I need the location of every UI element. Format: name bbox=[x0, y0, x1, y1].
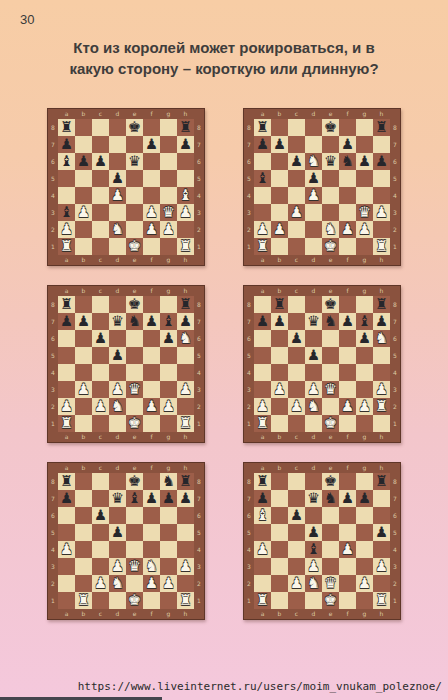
square-d8 bbox=[305, 119, 322, 136]
square-b1 bbox=[271, 592, 288, 609]
file-label-d: d bbox=[305, 109, 322, 119]
black-pawn-icon: ♟ bbox=[356, 490, 373, 507]
file-label-g: g bbox=[160, 609, 177, 619]
square-b3: ♟ bbox=[75, 204, 92, 221]
board-squares: ♜♚♜♟♟♟♟♞♛♞♟♟♝♟♟♟♛♟♟♟♞♟♟♜♚♜ bbox=[254, 119, 390, 255]
file-label-g: g bbox=[356, 463, 373, 473]
square-a5 bbox=[58, 524, 75, 541]
square-g4 bbox=[356, 187, 373, 204]
white-queen-icon: ♛ bbox=[126, 558, 143, 575]
file-label-f: f bbox=[143, 255, 160, 265]
rank-label-8: 8 bbox=[48, 473, 58, 490]
square-h5: ♟ bbox=[373, 524, 390, 541]
square-e7: ♞ bbox=[126, 313, 143, 330]
file-label-h: h bbox=[177, 109, 194, 119]
square-h6: ♞ bbox=[373, 330, 390, 347]
file-label-c: c bbox=[92, 286, 109, 296]
rank-label-6: 6 bbox=[48, 153, 58, 170]
white-bishop-icon: ♝ bbox=[177, 187, 194, 204]
rank-label-2: 2 bbox=[194, 221, 204, 238]
square-h5 bbox=[177, 170, 194, 187]
square-f8 bbox=[339, 296, 356, 313]
square-b2 bbox=[75, 398, 92, 415]
black-pawn-icon: ♟ bbox=[109, 347, 126, 364]
square-g6 bbox=[356, 507, 373, 524]
square-d3 bbox=[109, 204, 126, 221]
rank-label-1: 1 bbox=[390, 592, 400, 609]
black-pawn-icon: ♟ bbox=[373, 153, 390, 170]
square-f5 bbox=[339, 347, 356, 364]
square-h3: ♟ bbox=[373, 204, 390, 221]
rank-label-8: 8 bbox=[244, 473, 254, 490]
board-squares: ♜♚♜♟♛♞♟♟♝♟♟♟♟♝♟♟♟♟♞♛♟♜♚♜ bbox=[254, 473, 390, 609]
square-c4 bbox=[288, 364, 305, 381]
white-pawn-icon: ♟ bbox=[288, 398, 305, 415]
white-pawn-icon: ♟ bbox=[254, 221, 271, 238]
white-rook-icon: ♜ bbox=[373, 592, 390, 609]
rank-label-7: 7 bbox=[390, 313, 400, 330]
square-b1 bbox=[271, 238, 288, 255]
square-d4 bbox=[109, 541, 126, 558]
square-h2 bbox=[373, 575, 390, 592]
square-h6: ♟ bbox=[373, 153, 390, 170]
square-a6: ♝ bbox=[254, 507, 271, 524]
chess-board-5: abcdefgh 87654321 ♜♚♞♜♟♛♝♟♟♟♟♟♟♟♛♞♟♟♞♟♟♜… bbox=[47, 462, 205, 620]
file-label-c: c bbox=[288, 286, 305, 296]
square-f2 bbox=[339, 575, 356, 592]
file-label-g: g bbox=[160, 109, 177, 119]
square-e7: ♞ bbox=[322, 490, 339, 507]
white-rook-icon: ♜ bbox=[75, 592, 92, 609]
square-a5 bbox=[58, 170, 75, 187]
square-g7: ♝ bbox=[356, 313, 373, 330]
square-d2 bbox=[305, 221, 322, 238]
square-f4 bbox=[339, 187, 356, 204]
file-labels-top: abcdefgh bbox=[58, 286, 194, 296]
black-pawn-icon: ♟ bbox=[305, 347, 322, 364]
square-f5 bbox=[143, 524, 160, 541]
file-label-b: b bbox=[75, 255, 92, 265]
file-labels-top: abcdefgh bbox=[254, 109, 390, 119]
square-f8 bbox=[143, 119, 160, 136]
square-e8: ♚ bbox=[126, 296, 143, 313]
file-label-g: g bbox=[356, 609, 373, 619]
square-e2: ♞ bbox=[322, 221, 339, 238]
rank-label-5: 5 bbox=[244, 170, 254, 187]
square-e8: ♚ bbox=[322, 296, 339, 313]
white-knight-icon: ♞ bbox=[109, 575, 126, 592]
file-labels-bottom: abcdefgh bbox=[254, 255, 390, 265]
square-a2: ♟ bbox=[58, 398, 75, 415]
square-c5 bbox=[288, 347, 305, 364]
file-label-d: d bbox=[305, 255, 322, 265]
file-label-d: d bbox=[305, 609, 322, 619]
white-rook-icon: ♜ bbox=[177, 238, 194, 255]
white-pawn-icon: ♟ bbox=[58, 541, 75, 558]
square-a8: ♜ bbox=[254, 473, 271, 490]
rank-label-7: 7 bbox=[390, 490, 400, 507]
white-pawn-icon: ♟ bbox=[254, 541, 271, 558]
black-rook-icon: ♜ bbox=[373, 296, 390, 313]
square-d2: ♞ bbox=[109, 398, 126, 415]
square-a2 bbox=[254, 575, 271, 592]
square-h8: ♜ bbox=[177, 473, 194, 490]
rank-labels-left: 87654321 bbox=[48, 119, 58, 255]
square-d3: ♟ bbox=[109, 381, 126, 398]
square-h4 bbox=[177, 541, 194, 558]
square-h4 bbox=[373, 541, 390, 558]
square-e6 bbox=[322, 330, 339, 347]
square-e4 bbox=[322, 364, 339, 381]
black-rook-icon: ♜ bbox=[58, 296, 75, 313]
square-b6 bbox=[271, 507, 288, 524]
square-e2: ♛ bbox=[322, 575, 339, 592]
black-rook-icon: ♜ bbox=[177, 473, 194, 490]
square-e6 bbox=[322, 507, 339, 524]
black-pawn-icon: ♟ bbox=[143, 490, 160, 507]
black-pawn-icon: ♟ bbox=[288, 153, 305, 170]
footer-url: https://www.liveinternet.ru/users/moim_v… bbox=[78, 680, 442, 693]
rank-label-3: 3 bbox=[194, 558, 204, 575]
square-h7 bbox=[373, 490, 390, 507]
square-e1: ♚ bbox=[126, 592, 143, 609]
white-rook-icon: ♜ bbox=[58, 238, 75, 255]
rank-label-4: 4 bbox=[390, 541, 400, 558]
file-label-h: h bbox=[177, 609, 194, 619]
square-a4 bbox=[254, 187, 271, 204]
file-labels-bottom: abcdefgh bbox=[58, 255, 194, 265]
square-g5 bbox=[356, 524, 373, 541]
square-e5 bbox=[322, 347, 339, 364]
black-pawn-icon: ♟ bbox=[271, 136, 288, 153]
square-b6 bbox=[271, 153, 288, 170]
rank-label-4: 4 bbox=[48, 364, 58, 381]
square-a8: ♜ bbox=[254, 119, 271, 136]
square-c7 bbox=[92, 313, 109, 330]
black-king-icon: ♚ bbox=[322, 296, 339, 313]
white-pawn-icon: ♟ bbox=[160, 398, 177, 415]
rank-labels-left: 87654321 bbox=[48, 473, 58, 609]
file-label-a: a bbox=[58, 463, 75, 473]
square-e3: ♛ bbox=[322, 381, 339, 398]
square-c4 bbox=[92, 187, 109, 204]
rank-label-4: 4 bbox=[194, 364, 204, 381]
square-g8 bbox=[160, 119, 177, 136]
square-c6: ♟ bbox=[288, 330, 305, 347]
rank-label-8: 8 bbox=[48, 296, 58, 313]
file-label-b: b bbox=[75, 463, 92, 473]
square-g5 bbox=[160, 170, 177, 187]
black-pawn-icon: ♟ bbox=[109, 170, 126, 187]
rank-label-7: 7 bbox=[48, 136, 58, 153]
page-number: 30 bbox=[20, 12, 34, 27]
file-label-h: h bbox=[373, 286, 390, 296]
square-c1 bbox=[92, 415, 109, 432]
rank-label-5: 5 bbox=[194, 347, 204, 364]
file-labels-top: abcdefgh bbox=[58, 109, 194, 119]
file-label-c: c bbox=[288, 109, 305, 119]
square-b5 bbox=[75, 524, 92, 541]
square-a8: ♜ bbox=[58, 473, 75, 490]
rank-label-1: 1 bbox=[244, 238, 254, 255]
square-d3 bbox=[305, 204, 322, 221]
white-rook-icon: ♜ bbox=[373, 398, 390, 415]
square-e2 bbox=[126, 221, 143, 238]
black-pawn-icon: ♟ bbox=[143, 136, 160, 153]
file-label-e: e bbox=[126, 109, 143, 119]
black-pawn-icon: ♟ bbox=[58, 490, 75, 507]
square-b5 bbox=[271, 524, 288, 541]
black-pawn-icon: ♟ bbox=[177, 136, 194, 153]
file-label-a: a bbox=[254, 432, 271, 442]
board-squares: ♜♚♞♜♟♛♝♟♟♟♟♟♟♟♛♞♟♟♞♟♟♜♚♜ bbox=[58, 473, 194, 609]
file-label-f: f bbox=[339, 109, 356, 119]
square-c1 bbox=[92, 238, 109, 255]
white-rook-icon: ♜ bbox=[254, 415, 271, 432]
square-d4 bbox=[109, 364, 126, 381]
square-a5: ♝ bbox=[254, 170, 271, 187]
square-g7 bbox=[356, 136, 373, 153]
square-b7 bbox=[75, 136, 92, 153]
square-g1 bbox=[160, 238, 177, 255]
square-g3 bbox=[356, 381, 373, 398]
rank-label-4: 4 bbox=[48, 541, 58, 558]
rank-label-6: 6 bbox=[194, 330, 204, 347]
black-rook-icon: ♜ bbox=[177, 119, 194, 136]
black-pawn-icon: ♟ bbox=[75, 153, 92, 170]
square-d6 bbox=[305, 330, 322, 347]
square-f4 bbox=[143, 541, 160, 558]
rank-label-7: 7 bbox=[194, 313, 204, 330]
black-pawn-icon: ♟ bbox=[143, 313, 160, 330]
file-label-b: b bbox=[271, 432, 288, 442]
square-g3 bbox=[356, 558, 373, 575]
square-b2 bbox=[271, 575, 288, 592]
square-e5 bbox=[126, 170, 143, 187]
file-labels-bottom: abcdefgh bbox=[58, 609, 194, 619]
square-f6 bbox=[143, 330, 160, 347]
square-a5 bbox=[254, 347, 271, 364]
square-c4 bbox=[92, 364, 109, 381]
square-g8 bbox=[356, 119, 373, 136]
square-b7 bbox=[271, 490, 288, 507]
white-queen-icon: ♛ bbox=[126, 381, 143, 398]
square-g7: ♝ bbox=[160, 313, 177, 330]
square-d7: ♛ bbox=[305, 313, 322, 330]
square-h6: ♞ bbox=[177, 330, 194, 347]
square-f6: ♞ bbox=[339, 153, 356, 170]
square-e5 bbox=[322, 524, 339, 541]
square-b2 bbox=[75, 575, 92, 592]
square-h3: ♟ bbox=[177, 381, 194, 398]
square-h1: ♜ bbox=[177, 238, 194, 255]
black-bishop-icon: ♝ bbox=[356, 313, 373, 330]
file-label-e: e bbox=[126, 255, 143, 265]
file-label-e: e bbox=[126, 432, 143, 442]
white-pawn-icon: ♟ bbox=[356, 398, 373, 415]
square-f4 bbox=[143, 364, 160, 381]
rank-label-6: 6 bbox=[194, 507, 204, 524]
square-g4 bbox=[356, 364, 373, 381]
white-pawn-icon: ♟ bbox=[339, 221, 356, 238]
rank-label-5: 5 bbox=[48, 347, 58, 364]
square-d6 bbox=[305, 507, 322, 524]
black-rook-icon: ♜ bbox=[271, 296, 288, 313]
square-f2: ♟ bbox=[339, 398, 356, 415]
rank-label-1: 1 bbox=[390, 415, 400, 432]
black-pawn-icon: ♟ bbox=[58, 136, 75, 153]
square-h2 bbox=[177, 398, 194, 415]
rank-label-8: 8 bbox=[390, 473, 400, 490]
square-f4: ♟ bbox=[339, 541, 356, 558]
square-e1: ♚ bbox=[322, 238, 339, 255]
square-d6 bbox=[109, 153, 126, 170]
white-knight-icon: ♞ bbox=[177, 330, 194, 347]
file-label-d: d bbox=[305, 286, 322, 296]
square-c2: ♟ bbox=[288, 398, 305, 415]
square-f2: ♟ bbox=[339, 221, 356, 238]
white-king-icon: ♚ bbox=[322, 415, 339, 432]
square-b4 bbox=[271, 541, 288, 558]
file-label-a: a bbox=[254, 255, 271, 265]
square-f8 bbox=[339, 473, 356, 490]
white-knight-icon: ♞ bbox=[305, 153, 322, 170]
rank-labels-left: 87654321 bbox=[244, 473, 254, 609]
white-pawn-icon: ♟ bbox=[58, 221, 75, 238]
square-c5 bbox=[92, 524, 109, 541]
square-d3: ♟ bbox=[305, 558, 322, 575]
board-squares: ♜♚♜♟♟♟♝♟♟♛♟♟♝♝♟♟♛♟♟♞♟♟♜♚♜ bbox=[58, 119, 194, 255]
rank-labels-left: 87654321 bbox=[244, 296, 254, 432]
rank-label-8: 8 bbox=[194, 473, 204, 490]
square-b7: ♟ bbox=[271, 313, 288, 330]
white-bishop-icon: ♝ bbox=[254, 507, 271, 524]
square-g4 bbox=[356, 541, 373, 558]
square-b8: ♜ bbox=[271, 296, 288, 313]
square-g4 bbox=[160, 364, 177, 381]
square-c7 bbox=[92, 490, 109, 507]
square-d6 bbox=[109, 330, 126, 347]
file-label-c: c bbox=[92, 463, 109, 473]
square-c3 bbox=[92, 381, 109, 398]
square-a4: ♟ bbox=[58, 541, 75, 558]
square-g5 bbox=[356, 170, 373, 187]
file-label-e: e bbox=[322, 463, 339, 473]
square-d7: ♛ bbox=[305, 490, 322, 507]
square-a2: ♟ bbox=[254, 221, 271, 238]
square-d1 bbox=[109, 415, 126, 432]
file-label-c: c bbox=[288, 463, 305, 473]
square-a7: ♟ bbox=[254, 313, 271, 330]
black-king-icon: ♚ bbox=[126, 473, 143, 490]
square-h8: ♜ bbox=[373, 119, 390, 136]
white-pawn-icon: ♟ bbox=[143, 575, 160, 592]
file-label-c: c bbox=[288, 609, 305, 619]
square-b1: ♜ bbox=[75, 592, 92, 609]
white-pawn-icon: ♟ bbox=[177, 558, 194, 575]
rank-label-3: 3 bbox=[48, 381, 58, 398]
square-c6: ♟ bbox=[92, 330, 109, 347]
square-g8 bbox=[160, 296, 177, 313]
square-f7: ♟ bbox=[143, 490, 160, 507]
square-e4 bbox=[126, 187, 143, 204]
square-h2 bbox=[373, 221, 390, 238]
square-g3: ♛ bbox=[356, 204, 373, 221]
file-label-g: g bbox=[356, 255, 373, 265]
square-a3 bbox=[254, 558, 271, 575]
square-d1 bbox=[305, 238, 322, 255]
black-pawn-icon: ♟ bbox=[92, 507, 109, 524]
square-c4 bbox=[288, 541, 305, 558]
black-bishop-icon: ♝ bbox=[254, 170, 271, 187]
square-c4 bbox=[288, 187, 305, 204]
square-c3 bbox=[288, 558, 305, 575]
rank-label-7: 7 bbox=[48, 313, 58, 330]
square-c1 bbox=[92, 592, 109, 609]
square-e6: ♛ bbox=[322, 153, 339, 170]
white-pawn-icon: ♟ bbox=[288, 204, 305, 221]
black-pawn-icon: ♟ bbox=[339, 313, 356, 330]
file-label-h: h bbox=[177, 432, 194, 442]
square-c3: ♟ bbox=[288, 204, 305, 221]
white-pawn-icon: ♟ bbox=[271, 221, 288, 238]
white-knight-icon: ♞ bbox=[373, 330, 390, 347]
square-b3 bbox=[271, 558, 288, 575]
rank-label-2: 2 bbox=[194, 575, 204, 592]
file-label-e: e bbox=[126, 609, 143, 619]
black-rook-icon: ♜ bbox=[58, 473, 75, 490]
square-e8: ♚ bbox=[126, 119, 143, 136]
rank-label-1: 1 bbox=[194, 415, 204, 432]
square-f1 bbox=[339, 415, 356, 432]
file-label-e: e bbox=[322, 286, 339, 296]
rank-label-5: 5 bbox=[48, 170, 58, 187]
rank-labels-right: 87654321 bbox=[194, 296, 204, 432]
square-c3 bbox=[92, 558, 109, 575]
black-rook-icon: ♜ bbox=[373, 119, 390, 136]
square-f6 bbox=[339, 330, 356, 347]
black-king-icon: ♚ bbox=[126, 296, 143, 313]
black-pawn-icon: ♟ bbox=[339, 136, 356, 153]
square-b4 bbox=[271, 364, 288, 381]
white-king-icon: ♚ bbox=[126, 238, 143, 255]
square-d5: ♟ bbox=[305, 524, 322, 541]
square-c8 bbox=[92, 473, 109, 490]
file-label-g: g bbox=[356, 432, 373, 442]
file-label-f: f bbox=[339, 609, 356, 619]
square-h3: ♟ bbox=[177, 204, 194, 221]
square-c1 bbox=[288, 592, 305, 609]
square-b6 bbox=[271, 330, 288, 347]
white-king-icon: ♚ bbox=[322, 238, 339, 255]
rank-label-2: 2 bbox=[390, 398, 400, 415]
black-pawn-icon: ♟ bbox=[356, 153, 373, 170]
rank-label-3: 3 bbox=[244, 204, 254, 221]
white-pawn-icon: ♟ bbox=[356, 575, 373, 592]
white-pawn-icon: ♟ bbox=[254, 398, 271, 415]
white-knight-icon: ♞ bbox=[109, 398, 126, 415]
file-label-f: f bbox=[339, 286, 356, 296]
rank-label-5: 5 bbox=[244, 347, 254, 364]
file-label-h: h bbox=[373, 609, 390, 619]
square-f8 bbox=[339, 119, 356, 136]
square-b2: ♟ bbox=[271, 221, 288, 238]
board-squares: ♜♚♜♟♟♛♞♟♝♟♟♟♞♟♟♟♛♟♟♟♞♟♟♜♚♜ bbox=[58, 296, 194, 432]
book-page: 30 Кто из королей может рокироваться, и … bbox=[0, 0, 448, 700]
square-e5 bbox=[126, 347, 143, 364]
square-e8: ♚ bbox=[126, 473, 143, 490]
square-a5 bbox=[254, 524, 271, 541]
